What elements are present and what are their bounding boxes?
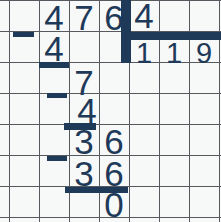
subtraction-underline	[64, 123, 96, 130]
divisor-digit: 4	[129, 0, 159, 31]
work-digit: 4	[39, 33, 69, 64]
quotient-digit: 9	[189, 38, 219, 69]
subtraction-underline	[39, 62, 69, 68]
long-division-board: 476441197436360	[0, 0, 221, 222]
minus-sign	[47, 93, 67, 98]
work-digit: 3	[69, 158, 99, 189]
work-digit: 3	[69, 126, 99, 157]
minus-sign	[47, 156, 67, 161]
quotient-digit: 1	[129, 38, 159, 69]
dividend-digit: 7	[69, 2, 99, 33]
work-digit: 6	[99, 126, 129, 157]
minus-sign	[13, 32, 34, 37]
subtraction-underline	[65, 187, 128, 193]
division-bracket-horizontal-bar	[121, 32, 221, 40]
quotient-digit: 1	[159, 38, 189, 69]
remainder-digit: 0	[99, 189, 129, 220]
